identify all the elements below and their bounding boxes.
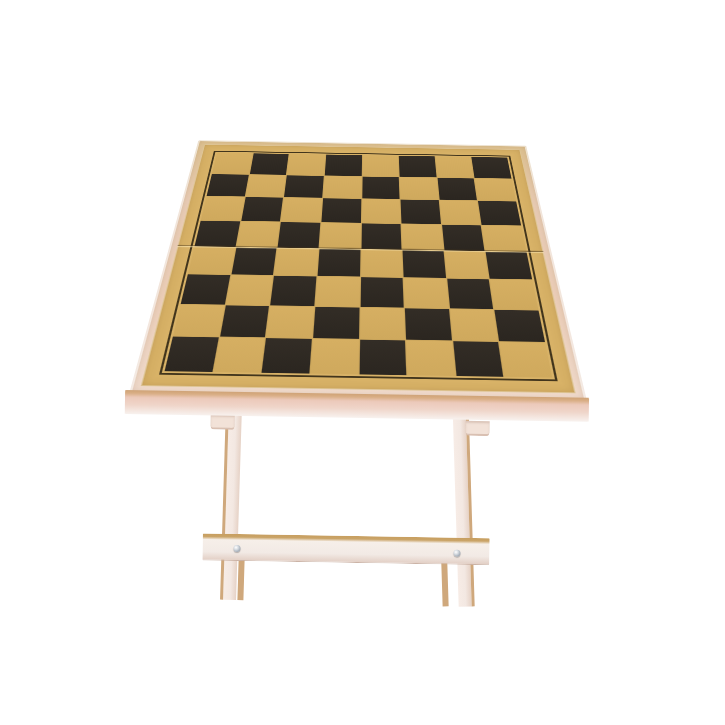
board-square [317,249,360,277]
board-square [284,175,323,198]
board-square [404,278,449,308]
leg-pivot-block-left [211,415,235,430]
board-square [475,178,516,201]
table-top [129,140,587,401]
board-square [241,197,283,221]
board-square [165,337,219,372]
board-square [359,340,406,375]
board-square [472,157,512,178]
board-square [450,309,499,342]
board-square [361,249,403,277]
board-square [266,306,314,338]
board-square [360,307,406,340]
board-square [406,341,455,376]
board-square [278,222,320,248]
board-square [486,251,532,279]
board-square [313,307,359,339]
board-square [361,199,400,223]
board-square [482,225,526,251]
board-square [310,339,358,374]
board-square [490,279,538,309]
board-square [231,247,277,275]
board-square [212,153,252,174]
board-square [220,305,270,337]
board-square [236,221,280,247]
board-square [403,250,446,278]
board-square [442,225,485,251]
crossbar-screw-right [453,550,460,557]
board-square [444,251,489,279]
leg-pivot-block-right [465,421,489,436]
board-square [478,201,521,225]
table-leg-right [453,413,475,606]
board-square [362,176,400,199]
board-square [287,154,325,175]
board-square [321,198,361,222]
board-square [447,279,494,309]
board-square [226,275,274,305]
leg-crossbar [202,533,489,565]
rear-leg-sliver-right [441,562,448,606]
board-square [402,224,444,250]
board-square [245,175,286,198]
board-square [401,200,441,224]
board-square [453,342,504,377]
board-square [262,338,312,373]
board-square [361,223,402,249]
board-square [500,342,553,377]
board-pinstripe-border [159,151,558,382]
board-square [399,156,436,177]
board-square [319,223,360,249]
board-square [495,310,545,343]
board-square [274,248,318,276]
board-square [405,308,452,341]
board-face [141,144,576,393]
game-board [165,153,553,378]
board-square [188,247,235,275]
board-square [439,200,480,224]
board-square [323,176,361,199]
board-square [360,277,404,307]
board-square [281,198,322,222]
board-square [362,155,399,176]
board-square [195,221,240,247]
board-square [207,174,249,197]
board-square [201,197,245,221]
board-square [325,155,362,176]
board-square [250,153,289,174]
crossbar-screw-left [233,545,240,552]
product-photo-stage [0,0,725,725]
board-square [315,277,359,307]
board-square [213,338,265,373]
board-square [270,276,316,306]
board-square [400,177,439,200]
board-square [435,156,474,177]
board-square [181,274,230,304]
board-square [173,304,224,336]
board-square [437,178,477,201]
rear-leg-sliver-left [237,559,244,600]
